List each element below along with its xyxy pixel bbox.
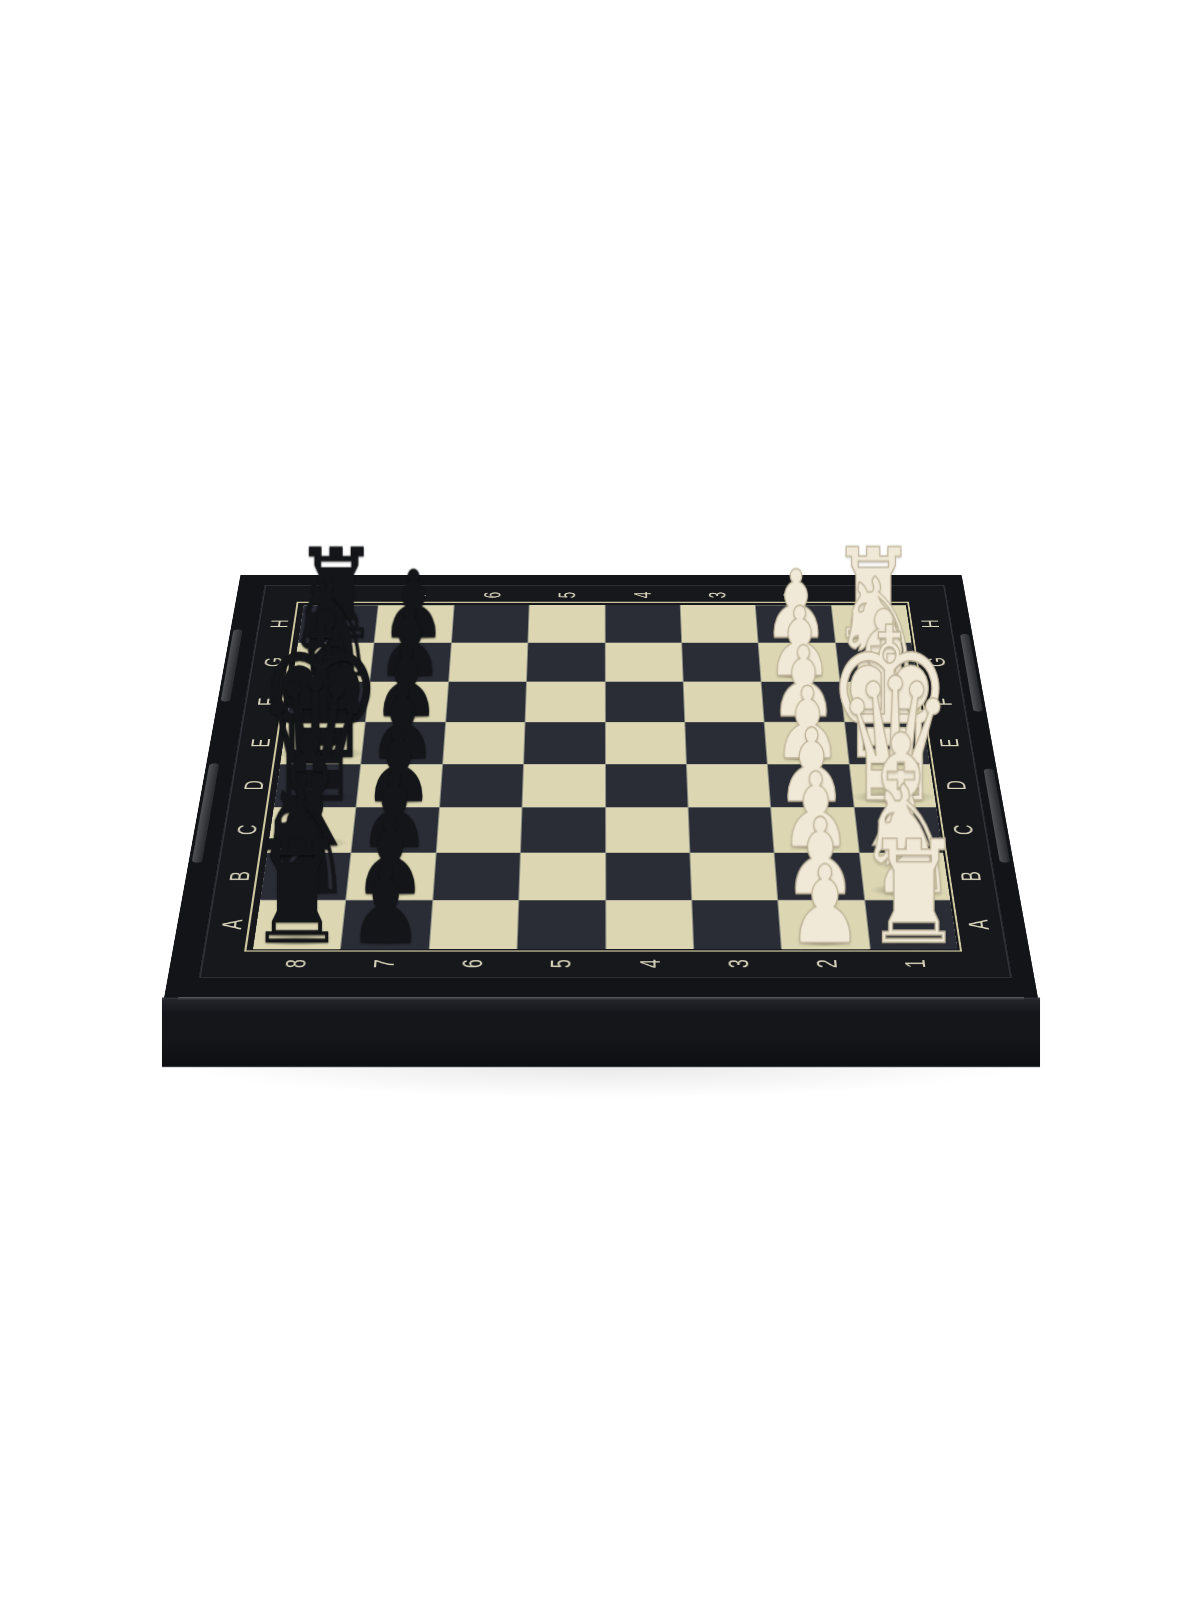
rank-label-top-3: 3 xyxy=(705,592,728,598)
square-f5 xyxy=(526,682,605,722)
square-a3 xyxy=(692,901,781,950)
piece-black-rook-a8: ♜ xyxy=(247,821,347,964)
square-c4 xyxy=(606,808,690,853)
square-e5 xyxy=(524,722,604,763)
square-c3 xyxy=(689,808,774,853)
file-label-right-h: H xyxy=(918,620,943,628)
square-f3 xyxy=(684,682,764,722)
square-a4 xyxy=(606,901,693,950)
rank-label-bottom-1: 1 xyxy=(901,959,929,968)
square-c5 xyxy=(521,808,605,853)
square-a7: ♟ xyxy=(341,901,432,950)
file-label-right-a: A xyxy=(964,919,992,929)
rank-label-bottom-7: 7 xyxy=(370,959,398,968)
rank-label-bottom-8: 8 xyxy=(281,959,309,968)
board-squares: ♜♟♟♜♞♟♟♞♝♟♟♝♚♟♟♚♛♟♟♛♝♟♟♝♞♟♟♞♜♟♟♜ xyxy=(253,605,957,949)
rank-label-top-8: 8 xyxy=(331,592,355,598)
square-d5 xyxy=(523,764,605,807)
square-e6 xyxy=(443,722,525,763)
piece-white-rook-a1: ♜ xyxy=(864,821,964,964)
rank-label-bottom-3: 3 xyxy=(724,959,752,968)
file-label-left-h: H xyxy=(267,620,292,628)
chess-board: HGFEDCBAHGFEDCBA8765432187654321 ♜♟♟♜♞♟♟… xyxy=(201,586,1010,977)
rank-label-top-2: 2 xyxy=(780,592,804,598)
chess-box-front-face xyxy=(162,997,1040,1067)
square-d3 xyxy=(687,764,771,807)
rank-label-top-1: 1 xyxy=(855,592,879,598)
square-e4 xyxy=(605,722,685,763)
file-label-left-a: A xyxy=(218,919,246,929)
square-c6 xyxy=(436,808,521,853)
rank-label-top-4: 4 xyxy=(631,592,654,598)
rank-label-top-7: 7 xyxy=(406,592,430,598)
square-a8: ♜ xyxy=(253,901,345,950)
square-f6 xyxy=(446,682,526,722)
square-e3 xyxy=(685,722,767,763)
square-a6 xyxy=(429,901,518,950)
chess-box-top: HGFEDCBAHGFEDCBA8765432187654321 ♜♟♟♜♞♟♟… xyxy=(164,575,1038,998)
rank-label-bottom-6: 6 xyxy=(459,959,487,968)
square-a5 xyxy=(518,901,605,950)
square-a1: ♜ xyxy=(865,901,958,950)
rank-label-bottom-2: 2 xyxy=(813,959,841,968)
rank-label-top-6: 6 xyxy=(481,592,504,598)
rank-label-top-5: 5 xyxy=(556,592,579,598)
right-rail-handle-tab-1 xyxy=(960,634,983,712)
square-f4 xyxy=(605,682,684,722)
left-rail-handle-tab-2 xyxy=(192,763,220,862)
product-photo: HGFEDCBAHGFEDCBA8765432187654321 ♜♟♟♜♞♟♟… xyxy=(0,0,1200,1600)
square-d4 xyxy=(605,764,687,807)
rank-label-bottom-4: 4 xyxy=(636,959,663,968)
piece-black-pawn-a7: ♟ xyxy=(347,851,423,959)
piece-white-pawn-a2: ♟ xyxy=(788,851,864,959)
square-a2: ♟ xyxy=(779,901,870,950)
square-d6 xyxy=(440,764,523,807)
rank-label-bottom-5: 5 xyxy=(547,959,574,968)
